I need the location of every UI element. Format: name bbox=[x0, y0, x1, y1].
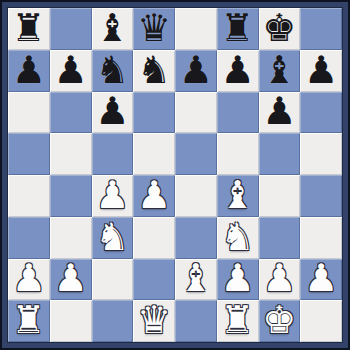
square-g4[interactable] bbox=[259, 175, 301, 217]
square-b2[interactable]: ♟ bbox=[50, 259, 92, 301]
square-a3[interactable] bbox=[8, 217, 50, 259]
square-d8[interactable]: ♛ bbox=[133, 8, 175, 50]
square-g7[interactable]: ♝ bbox=[259, 50, 301, 92]
square-a4[interactable] bbox=[8, 175, 50, 217]
white-pawn-piece: ♟ bbox=[304, 259, 338, 297]
chess-board: ♜♝♛♜♚♟♟♞♞♟♟♝♟♟♟♟♟♝♞♞♟♟♝♟♟♟♜♛♜♚ bbox=[8, 8, 342, 342]
square-a6[interactable] bbox=[8, 92, 50, 134]
black-king-piece: ♚ bbox=[262, 9, 296, 47]
square-e6[interactable] bbox=[175, 92, 217, 134]
black-pawn-piece: ♟ bbox=[12, 51, 46, 89]
square-e5[interactable] bbox=[175, 133, 217, 175]
square-e1[interactable] bbox=[175, 300, 217, 342]
square-d5[interactable] bbox=[133, 133, 175, 175]
black-rook-piece: ♜ bbox=[12, 9, 46, 47]
square-g2[interactable]: ♟ bbox=[259, 259, 301, 301]
square-f4[interactable]: ♝ bbox=[217, 175, 259, 217]
square-c2[interactable] bbox=[92, 259, 134, 301]
square-e7[interactable]: ♟ bbox=[175, 50, 217, 92]
black-bishop-piece: ♝ bbox=[262, 51, 296, 89]
square-f8[interactable]: ♜ bbox=[217, 8, 259, 50]
square-f7[interactable]: ♟ bbox=[217, 50, 259, 92]
black-pawn-piece: ♟ bbox=[179, 51, 213, 89]
white-knight-piece: ♞ bbox=[95, 218, 129, 256]
square-a7[interactable]: ♟ bbox=[8, 50, 50, 92]
square-g5[interactable] bbox=[259, 133, 301, 175]
white-bishop-piece: ♝ bbox=[221, 176, 255, 214]
square-h5[interactable] bbox=[300, 133, 342, 175]
square-f6[interactable] bbox=[217, 92, 259, 134]
black-pawn-piece: ♟ bbox=[304, 51, 338, 89]
square-c7[interactable]: ♞ bbox=[92, 50, 134, 92]
white-pawn-piece: ♟ bbox=[95, 176, 129, 214]
square-e4[interactable] bbox=[175, 175, 217, 217]
black-queen-piece: ♛ bbox=[137, 9, 171, 47]
square-b5[interactable] bbox=[50, 133, 92, 175]
white-rook-piece: ♜ bbox=[12, 301, 46, 339]
square-h1[interactable] bbox=[300, 300, 342, 342]
square-f1[interactable]: ♜ bbox=[217, 300, 259, 342]
white-pawn-piece: ♟ bbox=[54, 259, 88, 297]
white-rook-piece: ♜ bbox=[221, 301, 255, 339]
white-pawn-piece: ♟ bbox=[137, 176, 171, 214]
square-b6[interactable] bbox=[50, 92, 92, 134]
square-g6[interactable]: ♟ bbox=[259, 92, 301, 134]
square-g3[interactable] bbox=[259, 217, 301, 259]
square-g8[interactable]: ♚ bbox=[259, 8, 301, 50]
square-b7[interactable]: ♟ bbox=[50, 50, 92, 92]
square-b4[interactable] bbox=[50, 175, 92, 217]
square-h3[interactable] bbox=[300, 217, 342, 259]
square-c4[interactable]: ♟ bbox=[92, 175, 134, 217]
square-a1[interactable]: ♜ bbox=[8, 300, 50, 342]
white-knight-piece: ♞ bbox=[221, 218, 255, 256]
square-c1[interactable] bbox=[92, 300, 134, 342]
black-rook-piece: ♜ bbox=[221, 9, 255, 47]
black-pawn-piece: ♟ bbox=[95, 92, 129, 130]
square-b3[interactable] bbox=[50, 217, 92, 259]
square-a8[interactable]: ♜ bbox=[8, 8, 50, 50]
black-knight-piece: ♞ bbox=[137, 51, 171, 89]
white-pawn-piece: ♟ bbox=[262, 259, 296, 297]
square-g1[interactable]: ♚ bbox=[259, 300, 301, 342]
square-c6[interactable]: ♟ bbox=[92, 92, 134, 134]
black-pawn-piece: ♟ bbox=[262, 92, 296, 130]
square-d7[interactable]: ♞ bbox=[133, 50, 175, 92]
square-e2[interactable]: ♝ bbox=[175, 259, 217, 301]
square-h2[interactable]: ♟ bbox=[300, 259, 342, 301]
square-d6[interactable] bbox=[133, 92, 175, 134]
square-c5[interactable] bbox=[92, 133, 134, 175]
square-c3[interactable]: ♞ bbox=[92, 217, 134, 259]
square-h7[interactable]: ♟ bbox=[300, 50, 342, 92]
square-d4[interactable]: ♟ bbox=[133, 175, 175, 217]
white-bishop-piece: ♝ bbox=[179, 259, 213, 297]
square-c8[interactable]: ♝ bbox=[92, 8, 134, 50]
black-knight-piece: ♞ bbox=[95, 51, 129, 89]
black-pawn-piece: ♟ bbox=[54, 51, 88, 89]
chess-board-frame: ♜♝♛♜♚♟♟♞♞♟♟♝♟♟♟♟♟♝♞♞♟♟♝♟♟♟♜♛♜♚ bbox=[0, 0, 350, 350]
square-e8[interactable] bbox=[175, 8, 217, 50]
square-f2[interactable]: ♟ bbox=[217, 259, 259, 301]
square-a2[interactable]: ♟ bbox=[8, 259, 50, 301]
square-d1[interactable]: ♛ bbox=[133, 300, 175, 342]
square-e3[interactable] bbox=[175, 217, 217, 259]
white-queen-piece: ♛ bbox=[137, 301, 171, 339]
white-king-piece: ♚ bbox=[262, 301, 296, 339]
black-bishop-piece: ♝ bbox=[95, 9, 129, 47]
square-f5[interactable] bbox=[217, 133, 259, 175]
square-b1[interactable] bbox=[50, 300, 92, 342]
square-b8[interactable] bbox=[50, 8, 92, 50]
square-f3[interactable]: ♞ bbox=[217, 217, 259, 259]
square-d2[interactable] bbox=[133, 259, 175, 301]
black-pawn-piece: ♟ bbox=[221, 51, 255, 89]
square-h8[interactable] bbox=[300, 8, 342, 50]
white-pawn-piece: ♟ bbox=[12, 259, 46, 297]
square-h4[interactable] bbox=[300, 175, 342, 217]
square-h6[interactable] bbox=[300, 92, 342, 134]
white-pawn-piece: ♟ bbox=[221, 259, 255, 297]
square-a5[interactable] bbox=[8, 133, 50, 175]
square-d3[interactable] bbox=[133, 217, 175, 259]
